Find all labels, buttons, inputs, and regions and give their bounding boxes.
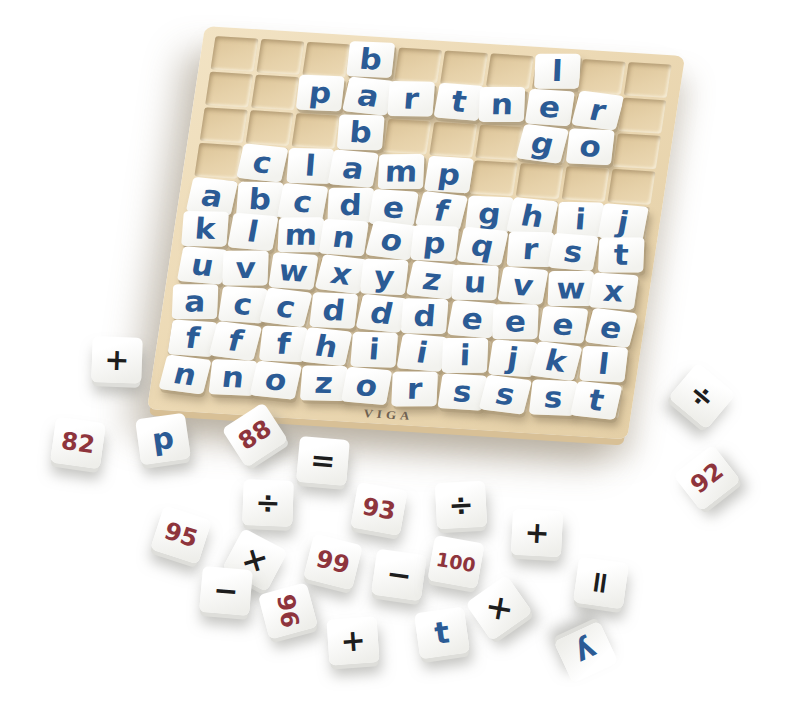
board-tile-h[interactable]: h [300, 327, 352, 366]
board-cell: u [178, 250, 226, 286]
board-tile-z[interactable]: z [406, 260, 458, 299]
tile-letter: a [198, 181, 225, 212]
tile-letter: o [377, 225, 405, 256]
board-cell: a [343, 80, 391, 116]
tile-letter: e [459, 304, 485, 334]
loose-tile-glyph: − [384, 558, 413, 591]
board-tile-i[interactable]: i [350, 332, 398, 368]
board-tile-r[interactable]: r [506, 231, 554, 267]
board-tile-w[interactable]: w [547, 271, 594, 306]
board-tile-e[interactable]: e [492, 304, 539, 339]
board-cell: e [586, 311, 634, 347]
tile-letter: o [262, 365, 290, 396]
tile-letter: l [304, 151, 317, 180]
board-cell: d [356, 297, 404, 333]
tile-letter: r [406, 374, 423, 403]
board-tile-s[interactable]: s [548, 233, 599, 272]
tile-letter: n [170, 359, 199, 390]
tile-letter: t [449, 87, 469, 117]
board-cell: c [281, 184, 329, 220]
board-cell: b [337, 116, 385, 152]
board-cell: a [332, 152, 380, 188]
board-cell: r [572, 95, 620, 131]
board-cell [246, 110, 294, 146]
board-cell [383, 119, 431, 155]
tile-letter: c [291, 187, 315, 217]
board-cell: s [551, 237, 599, 273]
tile-letter: w [556, 274, 586, 303]
board-cell: w [545, 273, 593, 309]
board-tile-y[interactable]: y [360, 258, 409, 295]
loose-tile-10-99[interactable]: 99 [303, 534, 363, 591]
board-tile-c[interactable]: c [259, 287, 312, 327]
board-cell: a [189, 178, 237, 214]
board-tile-n[interactable]: n [158, 354, 211, 394]
board-tile-m[interactable]: m [278, 217, 325, 252]
loose-tile-8-95[interactable]: 95 [150, 505, 212, 564]
board-tile-u[interactable]: u [451, 265, 499, 301]
tile-letter: b [358, 45, 384, 75]
tile-letter: d [412, 301, 437, 330]
board-cell: h [510, 199, 558, 235]
tile-letter: a [340, 153, 366, 183]
board-cell [562, 166, 610, 202]
loose-tile-21-92[interactable]: 92 [673, 444, 741, 511]
board-tile-t[interactable]: t [570, 381, 622, 420]
loose-tile-glyph: 100 [435, 549, 477, 575]
scene: blpartnerbgoclampabcdefghijklmnopqrstuvw… [0, 0, 787, 707]
board-cell: h [305, 330, 353, 366]
loose-tile-4-=[interactable]: = [296, 436, 350, 486]
tile-letter: m [284, 220, 318, 249]
loose-tile-glyph: 99 [314, 546, 352, 577]
tile-letter: f [225, 326, 246, 356]
loose-tile-glyph: 96 [273, 592, 302, 629]
board-cell: l [230, 217, 278, 253]
board-cell: g [521, 127, 569, 163]
board-cell: k [535, 344, 583, 380]
board-cell: x [591, 276, 639, 312]
board-tile-r[interactable]: r [387, 81, 435, 117]
tile-letter: s [561, 237, 585, 267]
tile-letter: n [490, 90, 513, 119]
board-tile-j[interactable]: j [598, 203, 649, 242]
loose-tile-7-÷[interactable]: ÷ [435, 481, 487, 530]
loose-tile-0-+[interactable]: + [91, 336, 143, 384]
loose-tile-glyph: y [571, 634, 601, 669]
board-cell: q [459, 231, 507, 267]
board-cell: t [597, 240, 645, 276]
board-tile-l[interactable]: l [286, 148, 334, 184]
tile-letter: r [522, 235, 540, 264]
board-tile-q[interactable]: q [456, 227, 508, 266]
board-cell [613, 133, 661, 169]
board-cell: p [424, 157, 472, 193]
loose-tile-glyph: = [584, 568, 617, 597]
board-cell: w [270, 255, 318, 291]
loose-tile-glyph: × [480, 589, 518, 628]
board-tile-a[interactable]: a [342, 76, 394, 115]
board-tile-d[interactable]: d [356, 294, 408, 333]
board-tile-i[interactable]: i [396, 333, 447, 372]
board-tile-g[interactable]: g [516, 124, 569, 164]
tile-letter: p [422, 228, 448, 258]
board-cell: r [392, 371, 440, 407]
tile-letter: h [312, 331, 340, 362]
board-cell: b [348, 45, 396, 81]
tile-letter: d [367, 298, 395, 329]
loose-tile-16-t[interactable]: t [414, 607, 470, 660]
tile-letter: o [578, 132, 603, 162]
tile-letter: i [414, 338, 430, 368]
tile-letter: c [273, 292, 299, 323]
tile-letter: l [551, 57, 563, 86]
tile-letter: u [463, 268, 487, 297]
board-cell [618, 98, 666, 134]
board-cell: n [481, 89, 529, 125]
board-cell [429, 122, 477, 158]
board-cell: k [184, 214, 232, 250]
tile-letter: k [194, 214, 217, 243]
tile-letter: f [431, 196, 452, 226]
tile-letter: h [518, 201, 546, 232]
board-tile-s[interactable]: s [479, 375, 532, 415]
tile-letter: o [353, 371, 380, 402]
loose-tile-11-−[interactable]: − [371, 549, 427, 602]
board-tile-u[interactable]: u [177, 246, 228, 285]
board-cell [486, 53, 534, 89]
tile-letter: b [248, 185, 273, 214]
board-tile-l[interactable]: l [579, 346, 628, 383]
board-grid: blpartnerbgoclampabcdefghijklmnopqrstuvw… [162, 36, 672, 418]
loose-tile-glyph: ÷ [683, 376, 722, 415]
tile-letter: l [597, 349, 611, 378]
board-cell: v [224, 253, 272, 289]
loose-tile-glyph: ÷ [255, 488, 281, 519]
board-cell: l [532, 56, 580, 92]
board-cell: o [254, 362, 302, 398]
loose-tile-18-=[interactable]: = [573, 557, 629, 610]
board-cell: i [397, 335, 445, 371]
tile-letter: x [602, 276, 626, 306]
board-cell: s [483, 377, 531, 413]
loose-tile-glyph: − [212, 575, 240, 607]
tile-letter: g [528, 128, 557, 159]
tile-letter: e [381, 193, 406, 223]
board-tile-c[interactable]: c [236, 143, 288, 182]
tile-letter: a [355, 81, 382, 112]
board-cell: r [505, 234, 553, 270]
tile-letter: e [504, 307, 526, 336]
board-cell: e [540, 308, 588, 344]
board-cell: o [346, 368, 394, 404]
board-cell [302, 42, 350, 78]
tile-letter: s [542, 383, 564, 413]
board-tile-l[interactable]: l [227, 213, 278, 252]
tile-letter: k [542, 346, 570, 377]
board-cell [470, 160, 518, 196]
board-tile-o[interactable]: o [250, 361, 302, 400]
tile-letter: e [551, 310, 576, 340]
board-tile-f[interactable]: f [209, 321, 262, 361]
tile-letter: c [250, 148, 275, 179]
tile-letter: d [321, 295, 347, 325]
board-cell [624, 62, 672, 98]
board-cell: c [240, 146, 288, 182]
board-cell: l [286, 149, 334, 185]
board-tile-b[interactable]: b [337, 114, 385, 150]
board-cell: r [389, 83, 437, 119]
board-tile-t[interactable]: t [598, 237, 645, 272]
board-cell: b [235, 181, 283, 217]
board-cell: n [321, 223, 369, 259]
board-cell: n [208, 359, 256, 395]
board-cell: a [173, 285, 221, 321]
board-tile-b[interactable]: b [346, 41, 395, 78]
board-cell: o [567, 130, 615, 166]
board-cell: y [362, 261, 410, 297]
tile-letter: r [402, 84, 420, 113]
board-cell: o [367, 226, 415, 262]
board-cell: d [402, 300, 450, 336]
tile-letter: x [328, 259, 355, 290]
board-tile-e[interactable]: e [585, 308, 638, 348]
loose-tile-glyph: + [104, 345, 130, 376]
board-cell: s [438, 374, 486, 410]
board-tile-x[interactable]: x [589, 272, 639, 310]
tile-letter: z [420, 265, 444, 296]
board-tile-c[interactable]: c [277, 183, 328, 222]
board-tile-i[interactable]: i [442, 338, 489, 373]
tile-letter: i [574, 205, 587, 234]
loose-tile-glyph: 95 [161, 518, 200, 551]
board-tile-k[interactable]: k [181, 211, 229, 247]
board-cell: e [448, 303, 496, 339]
tile-letter: b [348, 118, 373, 147]
loose-tile-2-p[interactable]: p [135, 413, 191, 466]
loose-tile-19-y[interactable]: y [554, 621, 619, 684]
board-cell: n [162, 357, 210, 393]
board-cell [578, 59, 626, 95]
loose-tile-20-÷[interactable]: ÷ [668, 362, 736, 429]
tile-letter: g [477, 199, 503, 229]
board-tile-l[interactable]: l [534, 54, 581, 89]
tile-letter: c [232, 290, 255, 320]
tile-letter: a [184, 287, 206, 316]
loose-tile-6-93[interactable]: 93 [350, 482, 407, 536]
board-cell [292, 113, 340, 149]
loose-tile-glyph: ÷ [448, 489, 475, 520]
board-cell: v [500, 270, 548, 306]
board-cell: f [419, 193, 467, 229]
board-cell: i [556, 202, 604, 238]
tile-letter: j [615, 207, 631, 237]
board-cell [205, 72, 253, 108]
board-cell [394, 48, 442, 84]
board-tile-d[interactable]: d [327, 188, 374, 223]
loose-tile-glyph: + [339, 625, 366, 657]
board-cell: t [575, 383, 623, 419]
loose-tile-glyph: 88 [234, 416, 275, 454]
board-cell: m [275, 220, 323, 256]
board-cell: d [311, 294, 359, 330]
board-tile-d[interactable]: d [309, 292, 358, 329]
board-cell: c [265, 291, 313, 327]
board-tile-z[interactable]: z [300, 365, 348, 401]
board-cell: z [408, 264, 456, 300]
board-tile-e[interactable]: e [538, 306, 588, 344]
tile-letter: z [314, 369, 334, 398]
board-cell: m [378, 154, 426, 190]
board-tile-a[interactable]: a [328, 149, 379, 188]
loose-tile-12-100[interactable]: 100 [427, 535, 484, 589]
board-cell: z [300, 365, 348, 401]
board-cell: p [413, 229, 461, 265]
board-cell: e [494, 306, 542, 342]
tile-letter: m [384, 157, 418, 186]
board-cell: f [213, 324, 261, 360]
board-cell [194, 143, 242, 179]
tile-letter: f [184, 323, 202, 353]
board-cell: e [527, 92, 575, 128]
board-cell: f [167, 321, 215, 357]
loose-tile-glyph: t [433, 617, 451, 649]
tile-letter: v [510, 270, 535, 300]
loose-tile-glyph: 92 [686, 458, 727, 497]
board-tile-w[interactable]: w [268, 252, 318, 290]
tile-letter: i [459, 341, 471, 370]
letter-board: blpartnerbgoclampabcdefghijklmnopqrstuvw… [147, 26, 685, 439]
tile-letter: r [586, 95, 609, 125]
board-cell [608, 169, 656, 205]
loose-tile-14-96[interactable]: 96 [258, 582, 318, 639]
tile-letter: p [436, 160, 463, 190]
board-cell: j [602, 204, 650, 240]
tile-letter: f [275, 329, 292, 358]
tile-letter: e [597, 312, 625, 343]
tile-letter: j [505, 344, 520, 373]
loose-tile-glyph: 82 [60, 429, 96, 457]
tile-letter: w [277, 256, 310, 287]
tile-letter: l [245, 217, 261, 247]
tile-letter: n [220, 363, 245, 393]
board-tile-h[interactable]: h [506, 197, 558, 236]
tile-letter: n [331, 222, 357, 252]
board-tile-r[interactable]: r [571, 90, 624, 130]
loose-tile-glyph: = [309, 445, 337, 477]
tile-letter: t [586, 385, 607, 415]
loose-tile-glyph: p [150, 423, 175, 456]
board-tile-o[interactable]: o [341, 367, 392, 406]
board-cell: l [581, 347, 629, 383]
tile-letter: s [493, 379, 519, 410]
board-tile-r[interactable]: r [391, 371, 438, 406]
board-tile-v[interactable]: v [497, 266, 548, 305]
board-tile-k[interactable]: k [529, 341, 582, 381]
tile-letter: i [368, 335, 381, 364]
tile-letter: q [468, 231, 496, 262]
tile-letter: u [189, 250, 216, 281]
loose-tile-5-÷[interactable]: ÷ [242, 479, 294, 527]
board-tile-m[interactable]: m [378, 154, 425, 189]
loose-tile-glyph: 93 [360, 494, 397, 523]
board-cell: p [297, 77, 345, 113]
board-tile-o[interactable]: o [566, 128, 615, 165]
board-cell: i [351, 332, 399, 368]
board-tile-p[interactable]: p [296, 75, 345, 112]
tile-letter: y [372, 262, 396, 292]
board-cell [251, 75, 299, 111]
board-tile-b[interactable]: b [236, 182, 284, 218]
loose-tile-22-+[interactable]: + [511, 509, 563, 558]
board-tile-p[interactable]: p [410, 225, 459, 262]
board-cell [200, 107, 248, 143]
board-tile-p[interactable]: p [424, 156, 474, 194]
board-cell: d [327, 187, 375, 223]
tile-letter: e [537, 92, 562, 122]
board-cell [440, 50, 488, 86]
board-tile-d[interactable]: d [401, 298, 449, 334]
board-cell: x [316, 258, 364, 294]
board-cell [256, 39, 304, 75]
tile-letter: s [451, 377, 474, 407]
tile-letter: t [613, 241, 629, 270]
loose-tile-glyph: + [524, 517, 551, 548]
loose-tile-1-82[interactable]: 82 [50, 417, 106, 470]
board-tile-v[interactable]: v [222, 251, 269, 286]
board-cell [211, 36, 259, 72]
board-cell: u [454, 267, 502, 303]
tile-letter: p [308, 78, 334, 108]
board-tile-n[interactable]: n [319, 219, 369, 257]
board-tile-a[interactable]: a [172, 284, 219, 319]
tile-letter: d [339, 191, 363, 220]
tile-letter: v [235, 254, 257, 283]
board-tile-t[interactable]: t [433, 82, 484, 121]
loose-tile-13-−[interactable]: − [199, 566, 253, 616]
board-cell: t [435, 86, 483, 122]
loose-tile-15-+[interactable]: + [326, 616, 379, 665]
board-cell: i [443, 338, 491, 374]
board-tile-i[interactable]: i [556, 202, 604, 238]
board-tile-e[interactable]: e [525, 89, 575, 127]
board-cell [516, 163, 564, 199]
board-tile-e[interactable]: e [447, 300, 498, 339]
board-tile-n[interactable]: n [479, 87, 526, 122]
